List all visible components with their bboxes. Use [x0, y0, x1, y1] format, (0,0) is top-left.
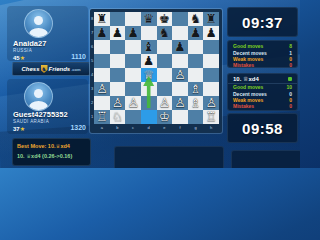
square-b6[interactable]: [110, 40, 126, 54]
top-clock-panel: 09:37: [227, 7, 298, 37]
file-label: c: [125, 125, 141, 131]
black-pawn: ♟: [172, 40, 188, 54]
square-e8[interactable]: ♚: [157, 12, 173, 26]
square-h8[interactable]: ♜: [203, 12, 219, 26]
stats-value: 0: [289, 97, 292, 103]
square-b1[interactable]: ♘: [110, 110, 126, 124]
stats-row: Mistakes0: [228, 62, 297, 68]
file-label: f: [172, 125, 188, 131]
white-king: ♔: [157, 110, 173, 124]
square-c7[interactable]: ♟: [125, 26, 141, 40]
square-e4[interactable]: [157, 68, 173, 82]
square-c2[interactable]: ♙: [125, 96, 141, 110]
stats-label: Decent moves: [233, 50, 267, 56]
square-a6[interactable]: [94, 40, 110, 54]
black-knight: ♞: [157, 26, 173, 40]
square-b3[interactable]: [110, 82, 126, 96]
stats-label: Mistakes: [233, 103, 254, 109]
stats-value: 8: [289, 43, 292, 49]
square-d6[interactable]: ♝: [141, 40, 157, 54]
square-h5[interactable]: [203, 54, 219, 68]
black-bishop: ♝: [141, 40, 157, 54]
stats-label: Good moves: [233, 84, 263, 90]
bottom-stats-rows: Good moves10Decent moves0Weak moves0Mist…: [228, 84, 297, 110]
logo-text-friends: Friends: [49, 66, 71, 72]
right-bottom-panel: [231, 150, 300, 168]
black-pawn: ♟: [203, 26, 219, 40]
file-label: e: [157, 125, 173, 131]
square-c8[interactable]: [125, 12, 141, 26]
white-bishop: ♗: [188, 96, 204, 110]
square-d7[interactable]: [141, 26, 157, 40]
white-bishop: ♗: [188, 82, 204, 96]
player-top-name[interactable]: Anaida27: [13, 39, 46, 48]
square-g2[interactable]: ♗: [188, 96, 204, 110]
square-h3[interactable]: [203, 82, 219, 96]
stats-value: 0: [289, 91, 292, 97]
white-pawn: ♙: [203, 96, 219, 110]
star-count: 37: [13, 126, 20, 132]
player-top-rating: 1110: [58, 53, 86, 60]
chessfriends-logo[interactable]: Chess ♞ Friends .com: [12, 62, 90, 76]
black-pawn: ♟: [110, 26, 126, 40]
square-a7[interactable]: ♟: [94, 26, 110, 40]
square-f1[interactable]: [172, 110, 188, 124]
square-d4[interactable]: ♕: [141, 68, 157, 82]
stats-value: 0: [289, 56, 292, 62]
white-knight: ♘: [110, 110, 126, 124]
square-f7[interactable]: [172, 26, 188, 40]
stats-label: Good moves: [233, 43, 263, 49]
black-king: ♚: [157, 12, 173, 26]
stats-value: 0: [289, 103, 292, 109]
player-top-country: RUSSIA: [13, 48, 32, 53]
stats-label: Mistakes: [233, 62, 254, 68]
logo-text-com: .com: [71, 67, 80, 72]
board-bottom-panel: [114, 146, 224, 168]
black-pawn: ♟: [94, 26, 110, 40]
top-clock: 09:37: [242, 14, 283, 31]
square-c6[interactable]: [125, 40, 141, 54]
square-h6[interactable]: [203, 40, 219, 54]
file-labels: abcdefgh: [94, 125, 219, 131]
black-knight: ♞: [188, 12, 204, 26]
played-move-eval-text: 10. ♕xd4 (0.26->0.16): [17, 153, 72, 159]
star-icon: ★: [20, 126, 25, 132]
white-rook: ♖: [94, 110, 110, 124]
black-queen: ♛: [141, 12, 157, 26]
square-d3[interactable]: [141, 82, 157, 96]
chess-board[interactable]: ♜♛♚♞♜♟♟♟♞♟♟♝♟♟♕♙♙♗♙♙♙♙♗♙♖♘♔♖: [94, 12, 219, 124]
bottom-clock-panel: 09:58: [227, 113, 298, 143]
white-pawn: ♙: [172, 68, 188, 82]
black-pawn: ♟: [125, 26, 141, 40]
square-g4[interactable]: [188, 68, 204, 82]
white-pawn: ♙: [172, 96, 188, 110]
move-quality-panel: 10. ♕xd4 Good moves10Decent moves0Weak m…: [227, 73, 298, 111]
square-a3[interactable]: ♙: [94, 82, 110, 96]
square-f8[interactable]: [172, 12, 188, 26]
square-g5[interactable]: [188, 54, 204, 68]
square-f3[interactable]: [172, 82, 188, 96]
square-h1[interactable]: ♖: [203, 110, 219, 124]
square-e1[interactable]: ♔: [157, 110, 173, 124]
logo-text-chess: Chess: [21, 66, 39, 72]
square-a1[interactable]: ♖: [94, 110, 110, 124]
square-g3[interactable]: ♗: [188, 82, 204, 96]
square-b5[interactable]: [110, 54, 126, 68]
square-f2[interactable]: ♙: [172, 96, 188, 110]
square-g6[interactable]: [188, 40, 204, 54]
square-b2[interactable]: ♙: [110, 96, 126, 110]
avatar-silhouette-icon: [34, 89, 43, 98]
square-d2[interactable]: [141, 96, 157, 110]
avatar-bottom-player[interactable]: [24, 82, 53, 111]
square-f5[interactable]: [172, 54, 188, 68]
white-rook: ♖: [203, 110, 219, 124]
top-stats-rows: Good moves8Decent moves1Weak moves0Mista…: [228, 43, 297, 69]
square-a4[interactable]: [94, 68, 110, 82]
stats-label: Weak moves: [233, 56, 263, 62]
black-rook: ♜: [203, 12, 219, 26]
top-player-stats-panel: Good moves8Decent moves1Weak moves0Mista…: [227, 40, 298, 68]
move-label: 10. ♕xd4: [233, 75, 259, 82]
square-e5[interactable]: [157, 54, 173, 68]
avatar-silhouette-icon: [34, 16, 43, 25]
square-g8[interactable]: ♞: [188, 12, 204, 26]
square-d8[interactable]: ♛: [141, 12, 157, 26]
player-top-stars: 45★: [13, 54, 25, 61]
knight-shield-icon: ♞: [41, 65, 48, 73]
file-label: g: [188, 125, 204, 131]
white-pawn: ♙: [125, 96, 141, 110]
square-f6[interactable]: ♟: [172, 40, 188, 54]
square-d1[interactable]: [141, 110, 157, 124]
square-h7[interactable]: ♟: [203, 26, 219, 40]
black-pawn: ♟: [188, 26, 204, 40]
square-a2[interactable]: [94, 96, 110, 110]
black-pawn: ♟: [141, 54, 157, 68]
stats-value: 10: [286, 84, 292, 90]
player-bottom-name[interactable]: Guest42755352: [13, 110, 68, 119]
square-c3[interactable]: [125, 82, 141, 96]
file-label: a: [94, 125, 110, 131]
file-label: d: [141, 125, 157, 131]
square-h4[interactable]: [203, 68, 219, 82]
stats-row: Mistakes0: [228, 103, 297, 109]
black-rook: ♜: [94, 12, 110, 26]
file-label: b: [110, 125, 126, 131]
square-g1[interactable]: [188, 110, 204, 124]
square-e7[interactable]: ♞: [157, 26, 173, 40]
stats-label: Weak moves: [233, 97, 263, 103]
good-move-indicator-icon: [288, 77, 292, 81]
white-pawn: ♙: [94, 82, 110, 96]
player-bottom-country: SAUDI ARABIA: [13, 119, 49, 124]
move-header: 10. ♕xd4: [228, 74, 297, 84]
white-pawn: ♙: [110, 96, 126, 110]
player-bottom-stars: 37★: [13, 125, 25, 132]
square-e2[interactable]: ♙: [157, 96, 173, 110]
white-queen: ♕: [141, 68, 157, 82]
square-g7[interactable]: ♟: [188, 26, 204, 40]
square-c4[interactable]: [125, 68, 141, 82]
stats-value: 1: [289, 50, 292, 56]
square-f4[interactable]: ♙: [172, 68, 188, 82]
square-b4[interactable]: [110, 68, 126, 82]
stats-value: 0: [289, 62, 292, 68]
square-e6[interactable]: [157, 40, 173, 54]
square-b7[interactable]: ♟: [110, 26, 126, 40]
star-count: 45: [13, 55, 20, 61]
board-frame: 87654321 ♜♛♚♞♜♟♟♟♞♟♟♝♟♟♕♙♙♗♙♙♙♙♗♙♖♘♔♖ ab…: [90, 9, 222, 133]
file-label: h: [203, 125, 219, 131]
best-move-box: Best Move: 10.♕xd4 10. ♕xd4 (0.26->0.16): [12, 138, 91, 166]
square-c1[interactable]: [125, 110, 141, 124]
player-bottom-rating: 1320: [58, 124, 86, 131]
square-c5[interactable]: [125, 54, 141, 68]
square-b8[interactable]: [110, 12, 126, 26]
bottom-clock: 09:58: [242, 120, 283, 137]
stats-row: Good moves10: [228, 84, 297, 90]
best-move-text: Best Move: 10.♕xd4: [17, 143, 70, 149]
stats-label: Decent moves: [233, 91, 267, 97]
square-e3[interactable]: [157, 82, 173, 96]
avatar-top-player[interactable]: [24, 9, 53, 38]
square-d5[interactable]: ♟: [141, 54, 157, 68]
square-a5[interactable]: [94, 54, 110, 68]
square-a8[interactable]: ♜: [94, 12, 110, 26]
white-pawn: ♙: [157, 96, 173, 110]
star-icon: ★: [20, 55, 25, 61]
square-h2[interactable]: ♙: [203, 96, 219, 110]
